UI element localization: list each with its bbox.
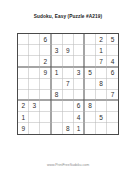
printable-sheet: Sudoku, Easy (Puzzle #A219) 625391274913… <box>0 0 136 176</box>
sudoku-cell-r5c5[interactable]: 7 <box>62 78 73 89</box>
sudoku-cell-r2c8[interactable]: 1 <box>96 45 107 56</box>
sudoku-cell-r9c3[interactable] <box>40 123 51 134</box>
sudoku-cell-r7c9[interactable] <box>107 101 118 112</box>
sudoku-cell-r2c3[interactable] <box>40 45 51 56</box>
sudoku-cell-r9c8[interactable] <box>96 123 107 134</box>
sudoku-cell-r1c1[interactable] <box>18 34 29 45</box>
sudoku-cell-r7c7[interactable]: 8 <box>85 101 96 112</box>
sudoku-cell-r6c5[interactable] <box>62 90 73 101</box>
sudoku-cell-r9c1[interactable]: 9 <box>18 123 29 134</box>
sudoku-cell-r6c6[interactable] <box>74 90 85 101</box>
sudoku-cell-r3c4[interactable] <box>51 56 62 67</box>
sudoku-cell-r8c9[interactable] <box>107 112 118 123</box>
sudoku-cell-r6c3[interactable] <box>40 90 51 101</box>
sudoku-cell-r1c3[interactable]: 6 <box>40 34 51 45</box>
sudoku-cell-r7c3[interactable] <box>40 101 51 112</box>
sudoku-cell-r6c4[interactable]: 8 <box>51 90 62 101</box>
sudoku-cell-r6c2[interactable] <box>29 90 40 101</box>
puzzle-title: Sudoku, Easy (Puzzle #A219) <box>0 13 136 19</box>
sudoku-cell-r8c1[interactable]: 1 <box>18 112 29 123</box>
sudoku-cell-r4c3[interactable]: 9 <box>40 67 51 78</box>
sudoku-cell-r1c9[interactable]: 5 <box>107 34 118 45</box>
sudoku-cell-r7c2[interactable]: 3 <box>29 101 40 112</box>
sudoku-cell-r9c9[interactable] <box>107 123 118 134</box>
sudoku-cell-r8c4[interactable] <box>51 112 62 123</box>
sudoku-cell-r8c5[interactable] <box>62 112 73 123</box>
sudoku-cell-r3c5[interactable] <box>62 56 73 67</box>
sudoku-cell-r2c6[interactable] <box>74 45 85 56</box>
sudoku-cell-r5c4[interactable] <box>51 78 62 89</box>
sudoku-board: 6253912749135678872368145981 <box>17 33 119 135</box>
sudoku-cell-r3c9[interactable]: 4 <box>107 56 118 67</box>
sudoku-cell-r1c4[interactable] <box>51 34 62 45</box>
sudoku-cell-r3c6[interactable] <box>74 56 85 67</box>
sudoku-cell-r9c7[interactable] <box>85 123 96 134</box>
sudoku-cell-r3c7[interactable] <box>85 56 96 67</box>
sudoku-cell-r5c7[interactable] <box>85 78 96 89</box>
sudoku-cell-r4c8[interactable] <box>96 67 107 78</box>
sudoku-cell-r1c8[interactable]: 2 <box>96 34 107 45</box>
sudoku-cell-r6c1[interactable] <box>18 90 29 101</box>
sudoku-cell-r1c7[interactable] <box>85 34 96 45</box>
footer-url: www.PrintFreeSudoku.com <box>0 163 136 167</box>
sudoku-cell-r2c2[interactable] <box>29 45 40 56</box>
sudoku-cell-r5c6[interactable] <box>74 78 85 89</box>
sudoku-cell-r8c7[interactable] <box>85 112 96 123</box>
sudoku-cell-r8c3[interactable] <box>40 112 51 123</box>
sudoku-cell-r9c4[interactable] <box>51 123 62 134</box>
sudoku-cell-r9c2[interactable] <box>29 123 40 134</box>
sudoku-cell-r9c5[interactable]: 8 <box>62 123 73 134</box>
sudoku-cell-r1c2[interactable] <box>29 34 40 45</box>
sudoku-cell-r9c6[interactable]: 1 <box>74 123 85 134</box>
sudoku-cell-r7c6[interactable]: 6 <box>74 101 85 112</box>
sudoku-cell-r4c9[interactable]: 6 <box>107 67 118 78</box>
sudoku-cell-r4c7[interactable]: 5 <box>85 67 96 78</box>
sudoku-cell-r4c4[interactable]: 1 <box>51 67 62 78</box>
sudoku-cell-r5c2[interactable] <box>29 78 40 89</box>
sudoku-cell-r7c5[interactable] <box>62 101 73 112</box>
sudoku-cell-r2c4[interactable]: 3 <box>51 45 62 56</box>
sudoku-cell-r5c9[interactable] <box>107 78 118 89</box>
sudoku-cell-r6c7[interactable] <box>85 90 96 101</box>
sudoku-cell-r4c2[interactable] <box>29 67 40 78</box>
sudoku-cell-r8c8[interactable]: 5 <box>96 112 107 123</box>
sudoku-cell-r3c1[interactable] <box>18 56 29 67</box>
sudoku-cell-r5c8[interactable]: 8 <box>96 78 107 89</box>
sudoku-cell-r5c3[interactable] <box>40 78 51 89</box>
sudoku-cell-r1c5[interactable] <box>62 34 73 45</box>
sudoku-cell-r3c8[interactable]: 7 <box>96 56 107 67</box>
sudoku-cell-r2c9[interactable] <box>107 45 118 56</box>
sudoku-cell-r3c3[interactable]: 2 <box>40 56 51 67</box>
sudoku-cell-r6c9[interactable]: 7 <box>107 90 118 101</box>
sudoku-page: Sudoku, Easy (Puzzle #A219) 625391274913… <box>0 0 136 176</box>
sudoku-cell-r5c1[interactable] <box>18 78 29 89</box>
sudoku-cell-r3c2[interactable] <box>29 56 40 67</box>
sudoku-cell-r7c1[interactable]: 2 <box>18 101 29 112</box>
sudoku-cell-r1c6[interactable] <box>74 34 85 45</box>
sudoku-cell-r8c6[interactable]: 4 <box>74 112 85 123</box>
sudoku-cell-r2c5[interactable]: 9 <box>62 45 73 56</box>
sudoku-cell-r4c5[interactable] <box>62 67 73 78</box>
sudoku-cell-r4c6[interactable]: 3 <box>74 67 85 78</box>
sudoku-cell-r7c8[interactable] <box>96 101 107 112</box>
sudoku-cell-r7c4[interactable] <box>51 101 62 112</box>
sudoku-cell-r2c7[interactable] <box>85 45 96 56</box>
sudoku-cell-r6c8[interactable] <box>96 90 107 101</box>
sudoku-cell-r8c2[interactable] <box>29 112 40 123</box>
sudoku-cell-r4c1[interactable] <box>18 67 29 78</box>
sudoku-cell-r2c1[interactable] <box>18 45 29 56</box>
